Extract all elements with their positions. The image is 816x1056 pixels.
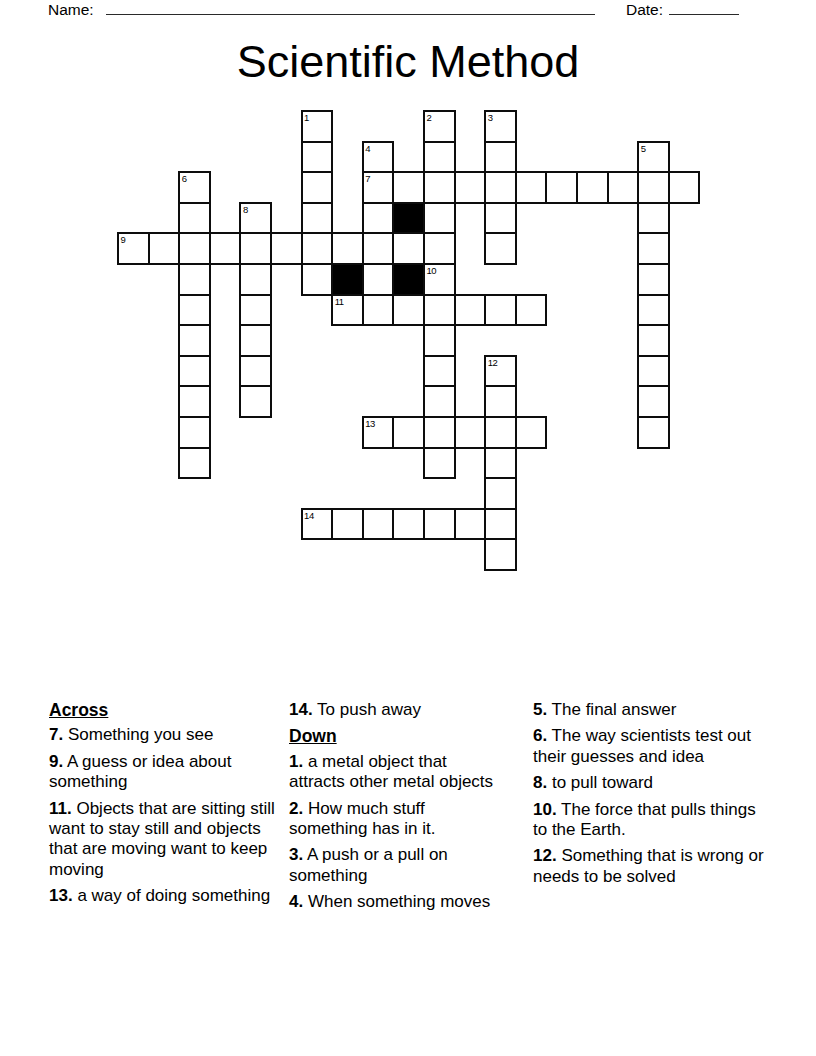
grid-cell[interactable] [239, 232, 272, 265]
grid-cell[interactable] [484, 202, 517, 235]
grid-cell[interactable] [423, 141, 456, 174]
clue-down-12: 12. Something that is wrong or needs to … [533, 846, 770, 887]
across-heading: Across [49, 700, 282, 720]
clue-down-2: 2. How much stuff something has in it. [289, 799, 501, 840]
grid-cell[interactable] [423, 171, 456, 204]
clue-number: 8 [243, 204, 248, 215]
grid-cell[interactable] [668, 171, 701, 204]
grid-cell[interactable] [301, 232, 334, 265]
grid-cell[interactable] [301, 171, 334, 204]
clue-text: a metal object that attracts other metal… [289, 752, 493, 791]
grid-cell[interactable] [209, 232, 242, 265]
grid-cell[interactable] [178, 324, 211, 357]
grid-cell[interactable] [423, 447, 456, 480]
clue-number-text: 2. [289, 799, 303, 818]
grid-cell[interactable] [331, 508, 364, 541]
grid-cell[interactable] [362, 508, 395, 541]
clue-number-text: 6. [533, 726, 547, 745]
grid-cell[interactable] [362, 202, 395, 235]
clue-down-3: 3. A push or a pull on something [289, 845, 501, 886]
grid-cell[interactable] [637, 324, 670, 357]
clue-text: The force that pulls things to the Earth… [533, 800, 756, 839]
grid-cell[interactable] [454, 508, 487, 541]
date-label: Date: [626, 1, 663, 19]
grid-cell[interactable] [607, 171, 640, 204]
grid-cell[interactable] [637, 263, 670, 296]
grid-cell[interactable] [178, 263, 211, 296]
grid-cell[interactable]: 4 [362, 141, 395, 174]
grid-cell[interactable] [484, 294, 517, 327]
clue-number-text: 14. [289, 700, 313, 719]
clue-number: 1 [304, 112, 309, 123]
grid-cell[interactable] [392, 508, 425, 541]
grid-cell[interactable] [239, 355, 272, 388]
grid-cell[interactable] [178, 355, 211, 388]
grid-cell[interactable] [637, 416, 670, 449]
clue-across-13: 13. a way of doing something [49, 886, 282, 906]
grid-cell[interactable] [637, 232, 670, 265]
clue-text: Objects that are sitting still want to s… [49, 799, 275, 879]
grid-cell[interactable] [637, 171, 670, 204]
grid-cell[interactable] [362, 263, 395, 296]
grid-cell[interactable] [392, 294, 425, 327]
clue-number: 9 [121, 234, 126, 245]
grid-cell[interactable] [423, 508, 456, 541]
clue-down-1: 1. a metal object that attracts other me… [289, 752, 501, 793]
grid-cell[interactable] [178, 447, 211, 480]
grid-cell[interactable] [392, 171, 425, 204]
crossword-grid: 1234567891011121314 [117, 110, 701, 571]
clue-text: The way scientists test out their guesse… [533, 726, 751, 765]
clue-across-14: 14. To push away [289, 700, 501, 720]
grid-cell[interactable]: 2 [423, 110, 456, 143]
clue-number: 5 [641, 143, 646, 154]
clue-number: 12 [488, 357, 498, 368]
down-heading: Down [289, 726, 501, 746]
clue-across-9: 9. A guess or idea about something [49, 752, 282, 793]
grid-cell[interactable] [484, 232, 517, 265]
grid-cell[interactable] [515, 171, 548, 204]
clue-number-text: 11. [49, 799, 72, 818]
clue-number-text: 4. [289, 892, 303, 911]
middle-clues-column: 14. To push away Down 1. a metal object … [289, 700, 501, 919]
grid-cell[interactable] [270, 232, 303, 265]
grid-cell[interactable] [239, 263, 272, 296]
grid-cell[interactable] [362, 294, 395, 327]
grid-cell[interactable]: 9 [117, 232, 150, 265]
clue-number: 10 [427, 265, 437, 276]
clue-across-11: 11. Objects that are sitting still want … [49, 799, 282, 881]
grid-cell[interactable] [423, 232, 456, 265]
across-clues-column: Across 7. Something you see 9. A guess o… [49, 700, 282, 913]
grid-cell[interactable] [484, 385, 517, 418]
grid-cell[interactable] [484, 538, 517, 571]
grid-cell[interactable] [454, 294, 487, 327]
black-cell [392, 202, 425, 235]
grid-cell[interactable] [423, 202, 456, 235]
grid-cell[interactable] [484, 477, 517, 510]
grid-cell[interactable] [423, 355, 456, 388]
clue-number-text: 9. [49, 752, 63, 771]
clue-number-text: 3. [289, 845, 303, 864]
clue-text: How much stuff something has in it. [289, 799, 435, 838]
clue-number: 7 [365, 173, 370, 184]
grid-cell[interactable] [576, 171, 609, 204]
grid-cell[interactable] [637, 355, 670, 388]
puzzle-title: Scientific Method [0, 36, 816, 88]
grid-cell[interactable]: 1 [301, 110, 334, 143]
grid-cell[interactable] [484, 447, 517, 480]
grid-cell[interactable]: 7 [362, 171, 395, 204]
grid-cell[interactable]: 12 [484, 355, 517, 388]
down-clues-column: 5. The final answer 6. The way scientist… [533, 700, 770, 893]
clue-number-text: 13. [49, 886, 73, 905]
grid-cell[interactable] [484, 508, 517, 541]
grid-cell[interactable] [454, 416, 487, 449]
grid-cell[interactable] [178, 202, 211, 235]
grid-cell[interactable] [423, 416, 456, 449]
clue-number: 14 [304, 510, 314, 521]
clue-text: When something moves [308, 892, 490, 911]
black-cell [331, 263, 364, 296]
grid-cell[interactable] [178, 294, 211, 327]
grid-cell[interactable] [454, 171, 487, 204]
grid-cell[interactable] [637, 202, 670, 235]
clue-number: 4 [365, 143, 370, 154]
clue-text: The final answer [552, 700, 677, 719]
grid-cell[interactable] [301, 141, 334, 174]
clue-text: To push away [317, 700, 421, 719]
clue-number: 11 [335, 296, 344, 307]
grid-cell[interactable]: 8 [239, 202, 272, 235]
clue-down-8: 8. to pull toward [533, 773, 770, 793]
clue-number: 13 [365, 418, 375, 429]
name-input-line[interactable] [106, 0, 595, 15]
grid-cell[interactable] [331, 232, 364, 265]
grid-cell[interactable]: 14 [301, 508, 334, 541]
grid-cell[interactable] [178, 385, 211, 418]
grid-cell[interactable]: 5 [637, 141, 670, 174]
name-label: Name: [48, 1, 94, 19]
grid-cell[interactable] [392, 232, 425, 265]
grid-cell[interactable] [515, 294, 548, 327]
date-input-line[interactable] [669, 0, 739, 15]
black-cell [392, 263, 425, 296]
grid-cell[interactable] [392, 416, 425, 449]
clue-text: Something that is wrong or needs to be s… [533, 846, 764, 885]
grid-cell[interactable] [362, 232, 395, 265]
grid-cell[interactable] [239, 385, 272, 418]
grid-cell[interactable] [239, 324, 272, 357]
clue-text: A push or a pull on something [289, 845, 448, 884]
clue-down-4: 4. When something moves [289, 892, 501, 912]
clue-down-6: 6. The way scientists test out their gue… [533, 726, 770, 767]
grid-cell[interactable] [484, 416, 517, 449]
grid-cell[interactable] [484, 171, 517, 204]
grid-cell[interactable] [423, 385, 456, 418]
grid-cell[interactable] [239, 294, 272, 327]
grid-cell[interactable] [637, 385, 670, 418]
grid-cell[interactable] [545, 171, 578, 204]
grid-cell[interactable] [301, 263, 334, 296]
clue-number-text: 10. [533, 800, 557, 819]
clue-down-10: 10. The force that pulls things to the E… [533, 800, 770, 841]
clue-number: 6 [182, 173, 187, 184]
grid-cell[interactable]: 11 [331, 294, 364, 327]
grid-cell[interactable]: 13 [362, 416, 395, 449]
grid-cell[interactable]: 6 [178, 171, 211, 204]
clue-number: 3 [488, 112, 493, 123]
grid-cell[interactable] [423, 294, 456, 327]
grid-cell[interactable] [301, 202, 334, 235]
grid-cell[interactable]: 10 [423, 263, 456, 296]
clue-number-text: 1. [289, 752, 303, 771]
grid-cell[interactable] [637, 294, 670, 327]
clue-number-text: 8. [533, 773, 547, 792]
clue-down-5: 5. The final answer [533, 700, 770, 720]
clue-number-text: 5. [533, 700, 547, 719]
grid-cell[interactable] [484, 141, 517, 174]
clue-number-text: 12. [533, 846, 557, 865]
clue-number: 2 [427, 112, 432, 123]
clue-text: a way of doing something [77, 886, 270, 905]
clue-number-text: 7. [49, 725, 63, 744]
clue-text: to pull toward [552, 773, 653, 792]
clue-text: A guess or idea about something [49, 752, 231, 791]
grid-cell[interactable] [148, 232, 181, 265]
grid-cell[interactable] [178, 416, 211, 449]
grid-cell[interactable] [423, 324, 456, 357]
grid-cell[interactable]: 3 [484, 110, 517, 143]
clue-across-7: 7. Something you see [49, 725, 282, 745]
grid-cell[interactable] [515, 416, 548, 449]
clue-text: Something you see [68, 725, 214, 744]
grid-cell[interactable] [178, 232, 211, 265]
